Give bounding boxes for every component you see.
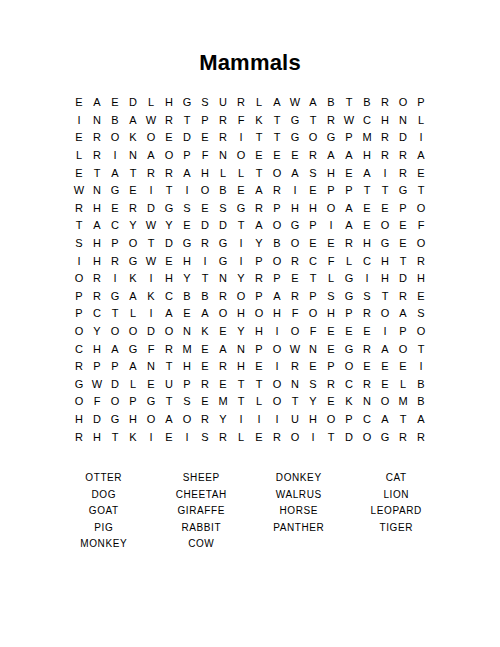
grid-cell[interactable]: O [412,200,430,218]
grid-cell[interactable]: E [322,235,340,253]
grid-cell[interactable]: Y [88,323,106,341]
grid-cell[interactable]: O [142,411,160,429]
grid-cell[interactable]: O [268,252,286,270]
grid-cell[interactable]: O [196,182,214,200]
grid-cell[interactable]: S [196,428,214,446]
grid-cell[interactable]: T [196,270,214,288]
grid-cell[interactable]: L [70,147,88,165]
grid-cell[interactable]: H [286,200,304,218]
grid-cell[interactable]: W [340,112,358,130]
grid-cell[interactable]: D [142,323,160,341]
grid-cell[interactable]: H [376,252,394,270]
grid-cell[interactable]: T [232,393,250,411]
grid-cell[interactable]: E [304,182,322,200]
grid-cell[interactable]: S [322,288,340,306]
grid-cell[interactable]: A [412,411,430,429]
grid-cell[interactable]: I [142,305,160,323]
grid-cell[interactable]: T [250,129,268,147]
grid-cell[interactable]: E [178,217,196,235]
grid-cell[interactable]: D [124,94,142,112]
grid-cell[interactable]: L [124,305,142,323]
grid-cell[interactable]: E [304,358,322,376]
grid-cell[interactable]: Y [232,270,250,288]
grid-cell[interactable]: O [232,147,250,165]
grid-cell[interactable]: G [160,200,178,218]
grid-cell[interactable]: Y [178,270,196,288]
grid-cell[interactable]: B [214,182,232,200]
grid-cell[interactable]: E [178,305,196,323]
grid-cell[interactable]: R [286,358,304,376]
grid-cell[interactable]: A [124,288,142,306]
grid-cell[interactable]: P [250,340,268,358]
grid-cell[interactable]: I [70,112,88,130]
grid-cell[interactable]: O [394,94,412,112]
grid-cell[interactable]: A [340,147,358,165]
grid-cell[interactable]: A [412,147,430,165]
grid-cell[interactable]: R [160,112,178,130]
grid-cell[interactable]: S [178,200,196,218]
grid-cell[interactable]: I [358,270,376,288]
grid-cell[interactable]: E [376,376,394,394]
grid-cell[interactable]: P [70,305,88,323]
grid-cell[interactable]: R [160,164,178,182]
grid-cell[interactable]: T [160,182,178,200]
grid-cell[interactable]: L [214,164,232,182]
grid-cell[interactable]: G [214,252,232,270]
grid-cell[interactable]: H [232,305,250,323]
grid-cell[interactable]: E [358,323,376,341]
grid-cell[interactable]: R [106,252,124,270]
grid-cell[interactable]: E [412,288,430,306]
grid-cell[interactable]: R [322,376,340,394]
grid-cell[interactable]: A [124,358,142,376]
grid-cell[interactable]: R [214,358,232,376]
grid-cell[interactable]: A [106,340,124,358]
grid-cell[interactable]: E [322,323,340,341]
grid-cell[interactable]: T [376,288,394,306]
grid-cell[interactable]: W [286,340,304,358]
grid-cell[interactable]: A [106,164,124,182]
grid-cell[interactable]: M [214,393,232,411]
grid-cell[interactable]: R [88,147,106,165]
grid-cell[interactable]: I [286,182,304,200]
grid-cell[interactable]: G [322,129,340,147]
grid-cell[interactable]: O [160,323,178,341]
grid-cell[interactable]: R [286,288,304,306]
grid-cell[interactable]: E [394,235,412,253]
grid-cell[interactable]: A [304,94,322,112]
grid-cell[interactable]: U [160,376,178,394]
grid-cell[interactable]: T [394,252,412,270]
grid-cell[interactable]: W [70,182,88,200]
grid-cell[interactable]: H [268,305,286,323]
grid-cell[interactable]: G [178,94,196,112]
grid-cell[interactable]: O [340,358,358,376]
grid-cell[interactable]: I [70,252,88,270]
grid-cell[interactable]: N [124,147,142,165]
grid-cell[interactable]: D [160,235,178,253]
grid-cell[interactable]: R [88,270,106,288]
grid-cell[interactable]: P [124,393,142,411]
grid-cell[interactable]: A [214,340,232,358]
grid-cell[interactable]: P [88,358,106,376]
grid-cell[interactable]: P [106,235,124,253]
grid-cell[interactable]: G [340,288,358,306]
grid-cell[interactable]: O [124,235,142,253]
grid-cell[interactable]: N [142,358,160,376]
grid-cell[interactable]: O [70,323,88,341]
grid-cell[interactable]: E [196,200,214,218]
grid-cell[interactable]: T [268,112,286,130]
grid-cell[interactable]: G [124,340,142,358]
grid-cell[interactable]: B [196,288,214,306]
grid-cell[interactable]: R [124,200,142,218]
grid-cell[interactable]: E [376,200,394,218]
grid-cell[interactable]: B [358,94,376,112]
grid-cell[interactable]: H [232,358,250,376]
grid-cell[interactable]: H [250,323,268,341]
grid-cell[interactable]: H [88,235,106,253]
grid-cell[interactable]: O [286,428,304,446]
grid-cell[interactable]: H [358,147,376,165]
grid-cell[interactable]: M [394,393,412,411]
grid-cell[interactable]: P [250,288,268,306]
grid-cell[interactable]: G [286,129,304,147]
grid-cell[interactable]: B [322,94,340,112]
grid-cell[interactable]: N [214,147,232,165]
grid-cell[interactable]: I [106,270,124,288]
grid-cell[interactable]: G [142,393,160,411]
grid-cell[interactable]: R [358,305,376,323]
grid-cell[interactable]: A [394,305,412,323]
grid-cell[interactable]: H [178,252,196,270]
grid-cell[interactable]: H [196,164,214,182]
grid-cell[interactable]: H [88,428,106,446]
grid-cell[interactable]: O [124,323,142,341]
grid-cell[interactable]: E [394,217,412,235]
grid-cell[interactable]: R [70,428,88,446]
grid-cell[interactable]: A [250,217,268,235]
grid-cell[interactable]: T [160,358,178,376]
grid-cell[interactable]: T [124,164,142,182]
grid-cell[interactable]: I [376,164,394,182]
grid-cell[interactable]: R [160,340,178,358]
grid-cell[interactable]: H [88,340,106,358]
grid-cell[interactable]: E [376,358,394,376]
grid-cell[interactable]: G [106,182,124,200]
grid-cell[interactable]: A [160,411,178,429]
grid-cell[interactable]: S [304,376,322,394]
grid-cell[interactable]: O [142,129,160,147]
grid-cell[interactable]: O [322,200,340,218]
grid-cell[interactable]: F [232,112,250,130]
grid-cell[interactable]: E [250,358,268,376]
grid-cell[interactable]: F [88,393,106,411]
grid-cell[interactable]: C [304,252,322,270]
grid-cell[interactable]: P [106,358,124,376]
grid-cell[interactable]: R [250,200,268,218]
grid-cell[interactable]: D [196,217,214,235]
grid-cell[interactable]: B [106,112,124,130]
grid-cell[interactable]: H [322,164,340,182]
grid-cell[interactable]: I [304,428,322,446]
grid-cell[interactable]: D [394,270,412,288]
grid-cell[interactable]: R [196,411,214,429]
grid-cell[interactable]: E [322,393,340,411]
grid-cell[interactable]: Y [124,217,142,235]
grid-cell[interactable]: W [142,112,160,130]
grid-cell[interactable]: O [412,235,430,253]
grid-cell[interactable]: K [124,428,142,446]
grid-cell[interactable]: O [268,217,286,235]
grid-cell[interactable]: P [178,147,196,165]
grid-cell[interactable]: P [340,411,358,429]
grid-cell[interactable]: C [106,217,124,235]
grid-cell[interactable]: E [250,147,268,165]
grid-cell[interactable]: T [322,428,340,446]
grid-cell[interactable]: H [160,94,178,112]
grid-cell[interactable]: P [268,200,286,218]
grid-cell[interactable]: I [178,182,196,200]
grid-cell[interactable]: E [160,428,178,446]
grid-cell[interactable]: S [358,288,376,306]
grid-cell[interactable]: W [286,94,304,112]
grid-cell[interactable]: T [340,94,358,112]
grid-cell[interactable]: P [196,112,214,130]
grid-cell[interactable]: E [412,164,430,182]
grid-cell[interactable]: N [88,182,106,200]
grid-cell[interactable]: E [286,270,304,288]
grid-cell[interactable]: D [142,200,160,218]
grid-cell[interactable]: N [232,340,250,358]
grid-cell[interactable]: E [322,340,340,358]
grid-cell[interactable]: P [394,200,412,218]
grid-cell[interactable]: R [394,147,412,165]
grid-cell[interactable]: H [70,411,88,429]
grid-cell[interactable]: H [88,200,106,218]
grid-cell[interactable]: R [196,376,214,394]
grid-cell[interactable]: Y [304,393,322,411]
grid-cell[interactable]: C [88,305,106,323]
grid-cell[interactable]: F [142,340,160,358]
grid-cell[interactable]: R [214,288,232,306]
grid-cell[interactable]: E [340,323,358,341]
grid-cell[interactable]: I [142,270,160,288]
grid-cell[interactable]: N [214,270,232,288]
grid-cell[interactable]: S [196,94,214,112]
grid-cell[interactable]: N [286,376,304,394]
grid-cell[interactable]: L [322,270,340,288]
grid-cell[interactable]: C [358,252,376,270]
grid-cell[interactable]: L [412,112,430,130]
grid-cell[interactable]: I [268,411,286,429]
grid-cell[interactable]: D [340,428,358,446]
grid-cell[interactable]: L [250,94,268,112]
grid-cell[interactable]: T [358,182,376,200]
grid-cell[interactable]: E [214,376,232,394]
grid-cell[interactable]: S [70,235,88,253]
grid-cell[interactable]: C [358,411,376,429]
grid-cell[interactable]: H [322,305,340,323]
grid-cell[interactable]: G [124,252,142,270]
grid-cell[interactable]: R [394,164,412,182]
grid-cell[interactable]: N [178,323,196,341]
grid-cell[interactable]: N [358,393,376,411]
grid-cell[interactable]: O [412,323,430,341]
grid-cell[interactable]: P [268,270,286,288]
grid-cell[interactable]: T [250,376,268,394]
grid-cell[interactable]: G [376,428,394,446]
grid-cell[interactable]: G [376,235,394,253]
grid-cell[interactable]: C [358,112,376,130]
grid-cell[interactable]: E [232,182,250,200]
grid-cell[interactable]: Y [214,411,232,429]
grid-cell[interactable]: P [394,323,412,341]
grid-cell[interactable]: W [88,376,106,394]
grid-cell[interactable]: H [178,358,196,376]
grid-cell[interactable]: E [286,147,304,165]
grid-cell[interactable]: A [340,200,358,218]
grid-cell[interactable]: I [142,428,160,446]
grid-cell[interactable]: R [376,129,394,147]
grid-cell[interactable]: A [250,182,268,200]
grid-cell[interactable]: E [340,164,358,182]
grid-cell[interactable]: T [304,270,322,288]
grid-cell[interactable]: S [304,164,322,182]
grid-cell[interactable]: Y [250,235,268,253]
grid-cell[interactable]: E [70,164,88,182]
grid-cell[interactable]: P [304,288,322,306]
grid-cell[interactable]: O [304,129,322,147]
grid-cell[interactable]: O [322,411,340,429]
grid-cell[interactable]: R [412,252,430,270]
grid-cell[interactable]: K [340,393,358,411]
grid-cell[interactable]: E [196,358,214,376]
grid-cell[interactable]: B [412,393,430,411]
grid-cell[interactable]: A [268,94,286,112]
grid-cell[interactable]: R [394,288,412,306]
grid-cell[interactable]: C [160,288,178,306]
grid-cell[interactable]: W [142,252,160,270]
grid-cell[interactable]: G [286,112,304,130]
grid-cell[interactable]: B [178,288,196,306]
grid-cell[interactable]: S [214,200,232,218]
grid-cell[interactable]: D [178,129,196,147]
grid-cell[interactable]: S [412,305,430,323]
grid-cell[interactable]: H [358,235,376,253]
grid-cell[interactable]: H [304,411,322,429]
grid-cell[interactable]: I [412,129,430,147]
grid-cell[interactable]: G [70,376,88,394]
grid-cell[interactable]: G [394,182,412,200]
grid-cell[interactable]: E [250,428,268,446]
grid-cell[interactable]: T [160,393,178,411]
grid-cell[interactable]: S [178,393,196,411]
grid-cell[interactable]: T [70,217,88,235]
grid-cell[interactable]: O [376,393,394,411]
grid-cell[interactable]: D [88,411,106,429]
grid-cell[interactable]: G [106,288,124,306]
grid-cell[interactable]: E [106,200,124,218]
grid-cell[interactable]: I [232,252,250,270]
grid-cell[interactable]: R [214,129,232,147]
grid-cell[interactable]: I [196,252,214,270]
grid-cell[interactable]: T [142,235,160,253]
grid-cell[interactable]: O [106,129,124,147]
grid-cell[interactable]: A [88,94,106,112]
grid-cell[interactable]: E [358,200,376,218]
grid-cell[interactable]: I [232,235,250,253]
grid-cell[interactable]: P [340,182,358,200]
grid-cell[interactable]: E [358,358,376,376]
grid-cell[interactable]: O [106,393,124,411]
grid-cell[interactable]: I [250,411,268,429]
grid-cell[interactable]: E [214,323,232,341]
grid-cell[interactable]: T [412,182,430,200]
grid-cell[interactable]: A [142,147,160,165]
grid-cell[interactable]: K [124,129,142,147]
grid-cell[interactable]: N [88,112,106,130]
grid-cell[interactable]: R [340,235,358,253]
grid-cell[interactable]: I [268,358,286,376]
grid-cell[interactable]: T [232,376,250,394]
grid-cell[interactable]: D [106,376,124,394]
grid-cell[interactable]: M [358,129,376,147]
grid-cell[interactable]: P [340,305,358,323]
grid-cell[interactable]: O [214,305,232,323]
grid-cell[interactable]: R [196,235,214,253]
grid-cell[interactable]: H [88,252,106,270]
grid-cell[interactable]: F [196,147,214,165]
grid-cell[interactable]: R [70,358,88,376]
grid-cell[interactable]: L [124,376,142,394]
grid-cell[interactable]: R [286,252,304,270]
grid-cell[interactable]: I [376,323,394,341]
grid-cell[interactable]: P [304,217,322,235]
grid-cell[interactable]: E [196,129,214,147]
grid-cell[interactable]: H [160,270,178,288]
grid-cell[interactable]: E [304,235,322,253]
grid-cell[interactable]: T [376,182,394,200]
grid-cell[interactable]: D [394,129,412,147]
grid-cell[interactable]: P [322,182,340,200]
grid-cell[interactable]: R [358,376,376,394]
grid-cell[interactable]: E [142,376,160,394]
grid-cell[interactable]: D [214,217,232,235]
grid-cell[interactable]: A [196,305,214,323]
grid-cell[interactable]: P [178,376,196,394]
grid-cell[interactable]: E [358,217,376,235]
grid-cell[interactable]: C [70,340,88,358]
grid-cell[interactable]: O [178,411,196,429]
grid-cell[interactable]: A [358,164,376,182]
grid-cell[interactable]: G [106,411,124,429]
grid-cell[interactable]: R [250,270,268,288]
grid-cell[interactable]: F [322,252,340,270]
grid-cell[interactable]: B [268,235,286,253]
grid-cell[interactable]: G [178,235,196,253]
grid-cell[interactable]: O [268,393,286,411]
grid-cell[interactable]: R [376,147,394,165]
grid-cell[interactable]: A [376,340,394,358]
grid-cell[interactable]: Y [160,217,178,235]
grid-cell[interactable]: R [376,94,394,112]
grid-cell[interactable]: R [412,428,430,446]
grid-cell[interactable]: A [178,164,196,182]
grid-cell[interactable]: N [394,112,412,130]
grid-cell[interactable]: L [142,94,160,112]
grid-cell[interactable]: N [304,340,322,358]
